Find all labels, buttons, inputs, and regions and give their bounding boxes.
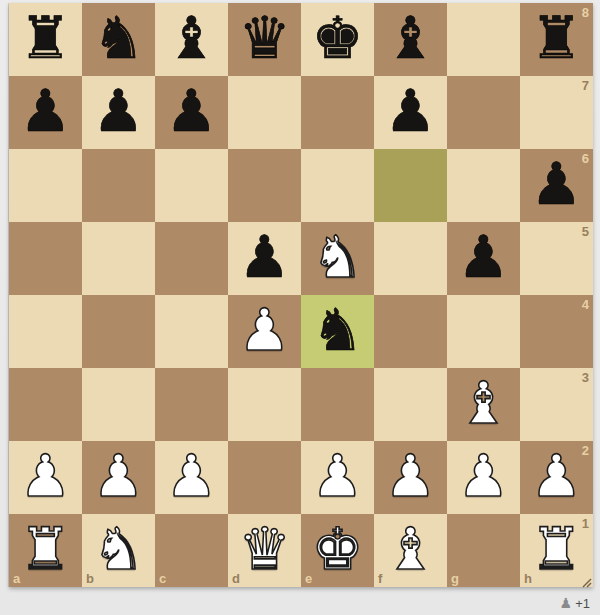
material-advantage-text: +1 [575,596,590,611]
square-c3[interactable] [155,368,228,441]
square-d8[interactable]: ♛ [228,3,301,76]
chess-board: ♜♞♝♛♚♝♜8♟♟♟♟7♟6♟♞♟5♟♞4♝3♟♟♟♟♟♟♟2♜a♞bc♛d♚… [9,3,593,587]
square-h5[interactable]: 5 [520,222,593,295]
coord-rank-5: 5 [582,225,589,238]
square-b5[interactable] [82,222,155,295]
square-e1[interactable]: ♚e [301,514,374,587]
square-d3[interactable] [228,368,301,441]
square-h6[interactable]: ♟6 [520,149,593,222]
square-c4[interactable] [155,295,228,368]
square-e8[interactable]: ♚ [301,3,374,76]
square-e6[interactable] [301,149,374,222]
white-pawn[interactable]: ♟ [520,441,593,514]
black-queen[interactable]: ♛ [228,3,301,76]
coord-rank-4: 4 [582,298,589,311]
square-c8[interactable]: ♝ [155,3,228,76]
black-pawn[interactable]: ♟ [447,222,520,295]
white-pawn[interactable]: ♟ [155,441,228,514]
black-pawn[interactable]: ♟ [155,76,228,149]
square-b6[interactable] [82,149,155,222]
square-f7[interactable]: ♟ [374,76,447,149]
white-pawn[interactable]: ♟ [82,441,155,514]
square-g5[interactable]: ♟ [447,222,520,295]
square-a7[interactable]: ♟ [9,76,82,149]
square-c6[interactable] [155,149,228,222]
white-king[interactable]: ♚ [301,514,374,587]
white-queen[interactable]: ♛ [228,514,301,587]
square-c7[interactable]: ♟ [155,76,228,149]
square-g4[interactable] [447,295,520,368]
square-f8[interactable]: ♝ [374,3,447,76]
black-pawn[interactable]: ♟ [82,76,155,149]
square-d4[interactable]: ♟ [228,295,301,368]
white-rook[interactable]: ♜ [9,514,82,587]
black-pawn[interactable]: ♟ [228,222,301,295]
black-rook[interactable]: ♜ [520,3,593,76]
square-c2[interactable]: ♟ [155,441,228,514]
square-e4[interactable]: ♞ [301,295,374,368]
white-knight[interactable]: ♞ [82,514,155,587]
square-b2[interactable]: ♟ [82,441,155,514]
square-d5[interactable]: ♟ [228,222,301,295]
square-b3[interactable] [82,368,155,441]
square-b4[interactable] [82,295,155,368]
board-resize-handle-icon[interactable] [580,574,592,586]
square-b7[interactable]: ♟ [82,76,155,149]
square-g6[interactable] [447,149,520,222]
square-h7[interactable]: 7 [520,76,593,149]
square-a3[interactable] [9,368,82,441]
square-b1[interactable]: ♞b [82,514,155,587]
square-d2[interactable] [228,441,301,514]
black-pawn[interactable]: ♟ [374,76,447,149]
square-a6[interactable] [9,149,82,222]
coord-rank-3: 3 [582,371,589,384]
square-c1[interactable]: c [155,514,228,587]
square-h8[interactable]: ♜8 [520,3,593,76]
white-pawn[interactable]: ♟ [9,441,82,514]
square-b8[interactable]: ♞ [82,3,155,76]
black-bishop[interactable]: ♝ [155,3,228,76]
white-knight[interactable]: ♞ [301,222,374,295]
black-knight[interactable]: ♞ [82,3,155,76]
square-g1[interactable]: g [447,514,520,587]
square-a4[interactable] [9,295,82,368]
square-e2[interactable]: ♟ [301,441,374,514]
square-c5[interactable] [155,222,228,295]
square-d1[interactable]: ♛d [228,514,301,587]
square-a1[interactable]: ♜a [9,514,82,587]
square-g8[interactable] [447,3,520,76]
pawn-icon: ♟ [560,595,573,611]
square-h1[interactable]: ♜1h [520,514,593,587]
white-pawn[interactable]: ♟ [228,295,301,368]
black-pawn[interactable]: ♟ [520,149,593,222]
page-background: ♜♞♝♛♚♝♜8♟♟♟♟7♟6♟♞♟5♟♞4♝3♟♟♟♟♟♟♟2♜a♞bc♛d♚… [0,0,600,615]
coord-rank-7: 7 [582,79,589,92]
square-a2[interactable]: ♟ [9,441,82,514]
black-knight[interactable]: ♞ [301,295,374,368]
coord-file-g: g [451,572,459,585]
white-bishop[interactable]: ♝ [374,514,447,587]
square-a8[interactable]: ♜ [9,3,82,76]
square-e3[interactable] [301,368,374,441]
white-bishop[interactable]: ♝ [447,368,520,441]
square-g3[interactable]: ♝ [447,368,520,441]
square-e7[interactable] [301,76,374,149]
black-bishop[interactable]: ♝ [374,3,447,76]
square-g2[interactable]: ♟ [447,441,520,514]
black-king[interactable]: ♚ [301,3,374,76]
square-d7[interactable] [228,76,301,149]
square-f5[interactable] [374,222,447,295]
square-g7[interactable] [447,76,520,149]
white-pawn[interactable]: ♟ [374,441,447,514]
square-a5[interactable] [9,222,82,295]
square-h4[interactable]: 4 [520,295,593,368]
square-f3[interactable] [374,368,447,441]
square-f1[interactable]: ♝f [374,514,447,587]
material-advantage: ♟ +1 [560,594,590,612]
square-f6[interactable] [374,149,447,222]
square-d6[interactable] [228,149,301,222]
square-f4[interactable] [374,295,447,368]
black-pawn[interactable]: ♟ [9,76,82,149]
square-h2[interactable]: ♟2 [520,441,593,514]
square-e5[interactable]: ♞ [301,222,374,295]
black-rook[interactable]: ♜ [9,3,82,76]
coord-file-c: c [159,572,166,585]
white-pawn[interactable]: ♟ [301,441,374,514]
square-h3[interactable]: 3 [520,368,593,441]
square-f2[interactable]: ♟ [374,441,447,514]
white-pawn[interactable]: ♟ [447,441,520,514]
